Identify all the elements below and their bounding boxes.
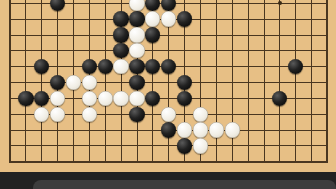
stone-black — [34, 91, 49, 106]
stone-white — [129, 27, 144, 42]
stone-black — [113, 27, 128, 42]
stone-white — [145, 11, 160, 26]
stone-white — [225, 122, 240, 137]
stone-black — [18, 91, 33, 106]
stone-black — [113, 43, 128, 58]
app-screen — [0, 0, 336, 189]
stone-white — [177, 122, 192, 137]
stone-black — [177, 138, 192, 153]
stone-white — [113, 59, 128, 74]
stone-white — [82, 107, 97, 122]
stone-black — [129, 75, 144, 90]
stone-white — [82, 75, 97, 90]
stone-white — [209, 122, 224, 137]
stone-white — [193, 122, 208, 137]
stone-black — [129, 107, 144, 122]
stone-white — [34, 107, 49, 122]
stone-black — [145, 59, 160, 74]
stone-black — [177, 11, 192, 26]
stone-white — [161, 11, 176, 26]
stone-white — [50, 91, 65, 106]
stone-black — [145, 91, 160, 106]
go-board[interactable] — [0, 0, 336, 172]
stone-black — [161, 59, 176, 74]
stone-black — [288, 59, 303, 74]
grid-hline — [9, 161, 328, 164]
stone-black — [50, 75, 65, 90]
grid-hline — [9, 50, 328, 51]
stone-black — [82, 59, 97, 74]
stone-black — [50, 0, 65, 11]
stone-black — [113, 11, 128, 26]
stone-black — [177, 75, 192, 90]
stone-white — [193, 138, 208, 153]
stone-white — [113, 91, 128, 106]
stone-white — [129, 91, 144, 106]
stone-white — [129, 0, 144, 11]
star-point — [278, 1, 282, 5]
stone-black — [161, 122, 176, 137]
stone-black — [272, 91, 287, 106]
stone-black — [129, 59, 144, 74]
bottom-panel-edge — [33, 180, 336, 189]
stone-black — [145, 27, 160, 42]
stone-black — [129, 11, 144, 26]
stone-white — [161, 107, 176, 122]
stone-white — [129, 43, 144, 58]
stone-black — [161, 0, 176, 11]
stone-black — [177, 91, 192, 106]
stone-white — [98, 91, 113, 106]
stone-white — [66, 75, 81, 90]
stone-black — [34, 59, 49, 74]
stone-white — [50, 107, 65, 122]
stone-white — [193, 107, 208, 122]
grid-hline — [9, 145, 328, 146]
stone-black — [145, 0, 160, 11]
stone-white — [82, 91, 97, 106]
grid-hline — [9, 35, 328, 36]
stone-black — [98, 59, 113, 74]
